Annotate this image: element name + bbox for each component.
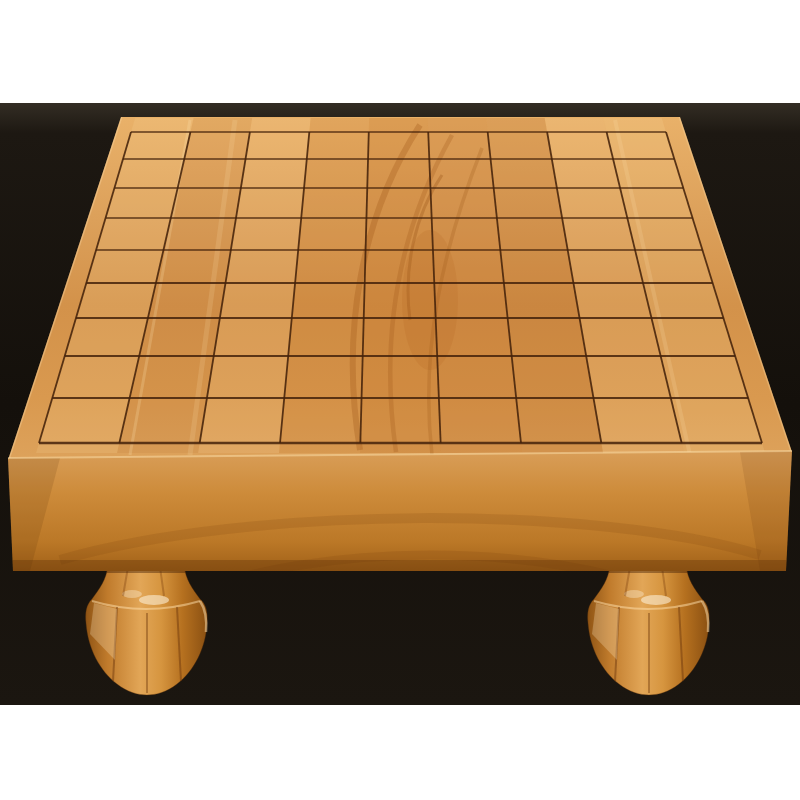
leg-specular [641, 595, 671, 605]
leg-specular [139, 595, 169, 605]
board-top-surface [8, 117, 792, 460]
leg-specular [122, 590, 142, 598]
leg-specular [624, 590, 644, 598]
shogi-board-photo [0, 0, 800, 800]
product-photo [0, 0, 800, 800]
wood-grain-blotch [402, 230, 458, 370]
board-top-grain [8, 117, 792, 460]
front-bottom-shadow [8, 560, 792, 571]
